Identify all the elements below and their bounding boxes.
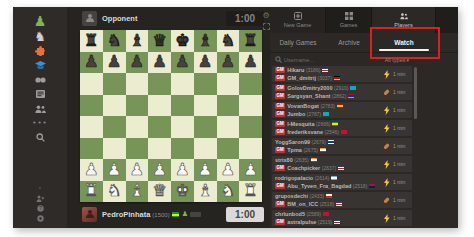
game-players: GMHikaru(3186)GMGM_dmitrij(3037) [275,67,382,81]
game-list-item[interactable]: gruposdechi(2433)GMBM_on_ICC(2518)1 min [272,192,412,208]
time-control: 1 min [393,107,409,113]
square-a4[interactable] [80,116,103,138]
black-player-line: GMastralpulse(2519) [275,219,382,226]
search-icon[interactable] [32,131,48,144]
flag-br [172,212,179,217]
game-players: GMGolovDmitry2000(2910)GMSargsyan_Shant(… [275,85,380,99]
username[interactable]: Hikaru [287,67,304,73]
white-pawn: ♟ [84,161,99,178]
rating: (2635) [294,157,308,163]
search-icon [275,56,282,63]
flag-il [328,140,334,144]
game-players: rodrigopalacio(2614)GMAbu_Tyven_Fra_Bagd… [275,175,382,189]
flag-us [338,166,344,170]
bullet-icon [382,83,390,101]
square-b1[interactable]: ♞ [103,181,126,203]
chesscom-pawn-logo-icon[interactable]: ♟ [32,15,48,28]
game-list-item[interactable]: GMHikaru(3186)GMGM_dmitrij(3037)1 min [272,66,412,82]
white-player-line: GMHikaru(3186) [275,67,382,74]
username[interactable]: VovanBogat [287,103,319,109]
white-knight: ♞ [220,183,235,200]
rating: (2518) [353,183,367,189]
search-box [275,56,385,63]
square-h5[interactable] [239,95,262,117]
flag-kz [350,86,356,90]
gm-title-badge: GM [275,147,285,153]
square-a1[interactable]: ♜ [80,181,103,203]
black-player-line: GMJumbo(2787) [275,111,382,118]
new-game-icon [294,12,302,20]
games-grid-icon [345,12,353,20]
player-name: PedroPinhata [102,210,150,219]
rating: (2546) [325,129,339,135]
square-e7[interactable]: ♟ [171,52,194,74]
white-pawn: ♟ [198,161,213,178]
username[interactable]: rodrigopalacio [275,175,313,181]
square-f3[interactable] [194,138,217,160]
square-h7[interactable]: ♟ [239,52,262,74]
black-player-line: GMfrederiksvane(2546) [275,129,382,136]
game-players: chrlunbod5(2589)GMastralpulse(2519) [275,211,382,225]
black-bishop: ♝ [198,32,213,49]
black-pawn: ♟ [84,54,99,71]
white-king: ♚ [175,183,190,200]
square-a6[interactable] [80,73,103,95]
square-d7[interactable]: ♟ [148,52,171,74]
square-e2[interactable]: ♟ [171,159,194,181]
square-f4[interactable] [194,116,217,138]
white-pawn: ♟ [175,161,190,178]
flag-cl [326,194,332,198]
time-control: 1 min [393,125,409,131]
settings-icon[interactable] [32,214,48,222]
black-pawn: ♟ [152,54,167,71]
players-icon [400,12,408,20]
gm-title-badge: GM [275,129,285,135]
username[interactable]: Jumbo [287,111,305,117]
flag-de [334,76,340,80]
membership-pawn-icon: ♟ [182,211,188,218]
rating: (2433) [310,193,324,199]
board-settings-gear-icon[interactable]: ⚙ [262,11,269,20]
game-mode: 1 min [384,119,409,137]
gm-title-badge: GM [275,75,285,81]
white-pawn: ♟ [220,161,235,178]
rating: (2614) [315,175,329,181]
username[interactable]: Tpma [287,147,302,153]
chess-board[interactable]: ♜♞♝♛♚♝♞♜♟♟♟♟♟♟♟♟♟♟♟♟♟♟♟♟♜♞♝♛♚♝♞♜ [80,30,262,202]
time-control: 1 min [393,143,409,149]
black-player-line: GMAbu_Tyven_Fra_Bagdad(2518) [275,183,382,190]
rating: (2666) [316,121,330,127]
svg-text:?: ? [39,206,42,211]
white-pawn: ♟ [243,161,258,178]
gm-title-badge: GM [275,111,285,117]
bullet-icon [382,137,390,155]
square-d8[interactable]: ♛ [148,30,171,52]
lightning-icon [384,101,390,119]
square-a3[interactable] [80,138,103,160]
square-a8[interactable]: ♜ [80,30,103,52]
square-c2[interactable]: ♟ [126,159,149,181]
opponent-name: Opponent [102,14,137,23]
gm-title-badge: GM [275,219,285,225]
gm-title-badge: GM [275,103,285,109]
square-h2[interactable]: ♟ [239,159,262,181]
square-b5[interactable] [103,95,126,117]
square-c3[interactable] [126,138,149,160]
time-control: 1 min [393,161,409,167]
lightning-icon [384,65,390,83]
black-pawn: ♟ [198,54,213,71]
square-f6[interactable] [194,73,217,95]
black-knight: ♞ [220,32,235,49]
chevron-down-icon: ▾ [406,57,409,63]
tab-daily-games[interactable]: Daily Games [270,33,326,52]
username[interactable]: BM_on_ICC [287,201,318,207]
black-knight: ♞ [107,32,122,49]
black-pawn: ♟ [107,54,122,71]
username[interactable]: Abu_Tyven_Fra_Bagdad [287,183,351,189]
square-b2[interactable]: ♟ [103,159,126,181]
square-b7[interactable]: ♟ [103,52,126,74]
time-control: 1 min [393,89,409,95]
square-f7[interactable]: ♟ [194,52,217,74]
square-g8[interactable]: ♞ [217,30,240,52]
flag-us [334,220,340,224]
game-mode: 1 min [382,83,409,101]
white-player-line: GMGolovDmitry2000(2910) [275,85,380,92]
white-pawn: ♟ [152,161,167,178]
black-rook: ♜ [84,32,99,49]
main-tabs: New Game Games Players [270,7,458,33]
black-player-line: GMCoachpicker(2637) [275,165,382,172]
gm-title-badge: GM [275,85,285,91]
square-e8[interactable]: ♚ [171,30,194,52]
invite-icon[interactable] [32,194,48,202]
black-pawn: ♟ [243,54,258,71]
flag-in [320,148,326,152]
lightning-icon [384,173,390,191]
right-panel: New Game Games Players Daily Games Archi… [270,7,458,228]
square-g2[interactable]: ♟ [217,159,240,181]
rating: (2589) [306,211,320,217]
gm-title-badge: GM [275,121,285,127]
white-pawn: ♟ [129,161,144,178]
square-g7[interactable]: ♟ [217,52,240,74]
username[interactable]: GM_dmitrij [287,75,316,81]
black-king: ♚ [175,32,190,49]
sub-tabs: Daily Games Archive Watch [270,33,458,53]
black-pawn: ♟ [220,54,235,71]
tab-games[interactable]: Games [326,7,372,33]
square-b6[interactable] [103,73,126,95]
gm-title-badge: GM [275,67,285,73]
game-list-item[interactable]: rodrigopalacio(2614)GMAbu_Tyven_Fra_Bagd… [272,174,412,190]
rating: (2783) [320,103,334,109]
square-d1[interactable]: ♛ [148,181,171,203]
square-a5[interactable] [80,95,103,117]
square-g5[interactable] [217,95,240,117]
gm-title-badge: GM [275,201,285,207]
square-f5[interactable] [194,95,217,117]
flag-am [348,94,354,98]
time-control: 1 min [393,197,409,203]
game-players: GMVovanBogat(2783)GMJumbo(2787) [275,103,382,117]
username[interactable]: astralpulse [287,219,316,225]
game-players: strix80(2635)GMCoachpicker(2637) [275,157,382,171]
rating: (2679) [312,139,326,145]
square-d4[interactable] [148,116,171,138]
opponent-clock: 1:00 [226,11,264,26]
white-player-line: YoggSaron99(2679) [275,139,380,146]
square-f8[interactable]: ♝ [194,30,217,52]
white-player-line: gruposdechi(2433) [275,193,380,200]
rating: (3186) [306,67,320,73]
board-area: Opponent 1:00 ⚙ ♜♞♝♛♚♝♞♜♟♟♟♟♟♟♟♟♟♟♟♟♟♟♟♟… [67,7,270,228]
flag-es [337,104,343,108]
app-window: ♟ ♞ ••• ‹ ? [13,7,458,228]
game-players: GMI-Mesquita(2666)GMfrederiksvane(2546) [275,121,382,135]
collapse-icon[interactable]: ‹ [32,184,48,192]
white-queen: ♛ [152,183,167,200]
black-pawn: ♟ [175,54,190,71]
square-e5[interactable] [171,95,194,117]
game-mode: 1 min [384,155,409,173]
help-icon[interactable]: ? [32,204,48,212]
focus-mode-icon[interactable] [263,23,270,30]
opponent-avatar[interactable] [82,11,97,26]
square-c8[interactable]: ♝ [126,30,149,52]
lightning-icon [384,209,390,227]
username[interactable]: YoggSaron99 [275,139,310,145]
rating: (2862) [332,93,346,99]
square-h6[interactable] [239,73,262,95]
puzzles-icon[interactable] [32,44,48,57]
news-icon[interactable] [32,88,48,101]
white-player-line: strix80(2635) [275,157,382,164]
more-ellipsis-icon[interactable]: ••• [32,117,48,130]
square-c4[interactable] [126,116,149,138]
rating: (2910) [334,85,348,91]
game-mode: 1 min [382,137,409,155]
flag-no [369,184,375,188]
sidebar: ♟ ♞ ••• ‹ ? [13,7,67,228]
square-d3[interactable] [148,138,171,160]
game-list-item[interactable]: strix80(2635)GMCoachpicker(2637)1 min [272,156,412,172]
game-list-item[interactable]: GMGolovDmitry2000(2910)GMSargsyan_Shant(… [272,84,412,100]
tab-archive[interactable]: Archive [326,33,372,52]
time-control: 1 min [393,179,409,185]
time-control: 1 min [393,215,409,221]
game-mode: 1 min [384,101,409,119]
black-player-line: GMBM_on_ICC(2518) [275,201,380,208]
games-list: GMHikaru(3186)GMGM_dmitrij(3037)1 minGMG… [272,66,412,228]
black-queen: ♛ [152,32,167,49]
gm-title-badge: GM [275,165,285,171]
rating: (2675) [303,147,317,153]
sidebar-bottom: ‹ ? [13,184,67,222]
flag-in [311,158,317,162]
game-list-item[interactable]: YoggSaron99(2679)GMTpma(2675)1 min [272,138,412,154]
square-g3[interactable] [217,138,240,160]
game-players: YoggSaron99(2679)GMTpma(2675) [275,139,380,153]
username[interactable]: strix80 [275,157,293,163]
square-f2[interactable]: ♟ [194,159,217,181]
square-d6[interactable] [148,73,171,95]
flag-us [336,202,342,206]
lightning-icon [384,227,390,228]
game-list-item[interactable]: GMI-Mesquita(2666)GMfrederiksvane(2546)1… [272,120,412,136]
bullet-icon [382,191,390,209]
lightning-icon [384,155,390,173]
white-rook: ♜ [243,183,258,200]
flag-dk [323,212,329,216]
username[interactable]: Sargsyan_Shant [287,93,330,99]
square-c1[interactable]: ♝ [126,181,149,203]
square-d5[interactable] [148,95,171,117]
username-search-input[interactable] [284,57,354,63]
username[interactable]: I-Mesquita [287,121,314,127]
black-rook: ♜ [243,32,258,49]
watch-icon[interactable] [32,73,48,86]
game-players: gruposdechi(2433)GMBM_on_ICC(2518) [275,193,380,207]
all-types-dropdown[interactable]: All types ▾ [385,57,409,63]
player-clock: 1:00 [226,207,264,222]
game-list-item[interactable]: GMVovanBogat(2783)GMJumbo(2787)1 min [272,102,412,118]
white-rook: ♜ [84,183,99,200]
flag-kz [323,112,329,116]
username[interactable]: Coachpicker [287,165,320,171]
square-h3[interactable] [239,138,262,160]
play-knight-icon[interactable]: ♞ [32,30,48,43]
gm-title-badge: GM [275,93,285,99]
rating: (2787) [307,111,321,117]
game-mode: 1 min [384,65,409,83]
username[interactable]: frederiksvane [287,129,323,135]
rating: (2637) [322,165,336,171]
square-f1[interactable]: ♝ [194,181,217,203]
white-player-line: GMVovanBogat(2783) [275,103,382,110]
time-control: 1 min [393,71,409,77]
white-player-line: GMI-Mesquita(2666) [275,121,382,128]
white-player-line: rodrigopalacio(2614) [275,175,382,182]
game-mode: 1 min [384,173,409,191]
username[interactable]: chrlunbod5 [275,211,305,217]
black-player-line: GMGM_dmitrij(3037) [275,75,382,82]
square-h1[interactable]: ♜ [239,181,262,203]
square-h4[interactable] [239,116,262,138]
username[interactable]: gruposdechi [275,193,308,199]
player-avatar[interactable] [82,207,97,222]
white-player-line: chrlunbod5(2589) [275,211,382,218]
scrollbar[interactable] [414,67,417,119]
square-b8[interactable]: ♞ [103,30,126,52]
learn-icon[interactable] [32,59,48,72]
square-g4[interactable] [217,116,240,138]
square-c7[interactable]: ♟ [126,52,149,74]
game-mode: 1 min [384,209,409,227]
square-g6[interactable] [217,73,240,95]
square-h8[interactable]: ♜ [239,30,262,52]
rating: (2519) [318,219,332,225]
username[interactable]: GolovDmitry2000 [287,85,332,91]
square-e1[interactable]: ♚ [171,181,194,203]
square-d2[interactable]: ♟ [148,159,171,181]
black-player-line: GMTpma(2675) [275,147,380,154]
square-e3[interactable] [171,138,194,160]
tab-watch[interactable]: Watch [372,33,436,52]
square-a2[interactable]: ♟ [80,159,103,181]
square-a7[interactable]: ♟ [80,52,103,74]
square-c6[interactable] [126,73,149,95]
rating: (3037) [317,75,331,81]
rating: (2518) [320,201,334,207]
lightning-icon [384,119,390,137]
flag-dk [341,130,347,134]
game-list-item[interactable]: chrlunbod5(2589)GMastralpulse(2519)1 min [272,210,412,226]
flag-us [322,68,328,72]
tab-new-game[interactable]: New Game [270,7,326,33]
black-bishop: ♝ [129,32,144,49]
square-e6[interactable] [171,73,194,95]
flag-ar [331,176,337,180]
square-e4[interactable] [171,116,194,138]
square-b3[interactable] [103,138,126,160]
square-c5[interactable] [126,95,149,117]
white-pawn: ♟ [107,161,122,178]
game-mode: 1 min [382,191,409,209]
player-badge [190,212,201,217]
tab-players[interactable]: Players [372,7,436,33]
player-rating: (1500) [152,212,169,218]
black-pawn: ♟ [129,54,144,71]
white-bishop: ♝ [129,183,144,200]
square-b4[interactable] [103,116,126,138]
white-knight: ♞ [107,183,122,200]
flag-br [332,122,338,126]
game-mode: 1 min [384,227,409,228]
gm-title-badge: GM [275,183,285,189]
square-g1[interactable]: ♞ [217,181,240,203]
social-icon[interactable] [32,102,48,115]
white-bishop: ♝ [198,183,213,200]
black-player-line: GMSargsyan_Shant(2862) [275,93,380,100]
